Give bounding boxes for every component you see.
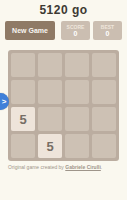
board-cell (11, 53, 35, 77)
board-cell (92, 53, 116, 77)
attribution-suffix: . (101, 164, 102, 170)
tile-5: 5 (11, 107, 35, 131)
attribution-prefix: Original game created by (8, 164, 65, 170)
board-cell (65, 80, 89, 104)
board-cell (38, 53, 62, 77)
best-box: BEST 0 (93, 21, 122, 40)
app-window: 5120 go New Game SCORE 0 BEST 0 55 Origi… (0, 0, 127, 200)
board-cell (38, 80, 62, 104)
new-game-button[interactable]: New Game (5, 21, 55, 40)
board-cell (11, 134, 35, 158)
board[interactable]: 55 (8, 50, 119, 161)
tile-5: 5 (38, 134, 62, 158)
chevron-right-icon: > (0, 97, 6, 106)
board-cell (38, 107, 62, 131)
header-bar: New Game SCORE 0 BEST 0 (5, 21, 122, 40)
attribution-link[interactable]: Gabriele Cirulli (65, 164, 101, 170)
board-cell (65, 107, 89, 131)
board-cell: 5 (11, 107, 35, 131)
best-value: 0 (106, 30, 110, 38)
board-cell (92, 134, 116, 158)
score-box: SCORE 0 (61, 21, 90, 40)
board-cell (11, 80, 35, 104)
board-cell (65, 53, 89, 77)
attribution-text: Original game created by Gabriele Cirull… (8, 164, 119, 170)
board-cell: 5 (38, 134, 62, 158)
board-cell (92, 80, 116, 104)
board-cell (65, 134, 89, 158)
score-value: 0 (74, 30, 78, 38)
board-cell (92, 107, 116, 131)
page-title: 5120 go (0, 0, 127, 17)
